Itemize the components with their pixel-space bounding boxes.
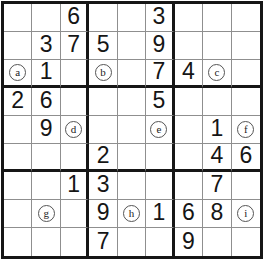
cell-r4c5[interactable] xyxy=(118,88,146,116)
cell-r8c9[interactable]: i xyxy=(232,200,260,228)
cell-r9c9[interactable] xyxy=(232,228,260,256)
cell-r1c8[interactable] xyxy=(203,4,231,32)
cell-r8c6[interactable]: 1 xyxy=(146,200,174,228)
given-digit: 9 xyxy=(153,33,166,56)
cell-r3c3[interactable] xyxy=(61,60,89,88)
given-digit: 6 xyxy=(67,5,80,28)
given-digit: 7 xyxy=(97,230,110,253)
cell-r9c4[interactable]: 7 xyxy=(89,228,117,256)
cell-r7c6[interactable] xyxy=(146,172,174,200)
cell-r1c4[interactable] xyxy=(89,4,117,32)
given-digit: 1 xyxy=(153,201,166,224)
cell-r9c3[interactable] xyxy=(61,228,89,256)
cell-r3c6[interactable]: 7 xyxy=(146,60,174,88)
cell-r2c6[interactable]: 9 xyxy=(146,32,174,60)
circled-letter-g: g xyxy=(38,205,55,222)
given-digit: 7 xyxy=(153,60,166,83)
cell-r4c3[interactable] xyxy=(61,88,89,116)
cell-r4c4[interactable] xyxy=(89,88,117,116)
cell-r6c4[interactable]: 2 xyxy=(89,144,117,172)
cell-r2c5[interactable] xyxy=(118,32,146,60)
cell-r9c6[interactable] xyxy=(146,228,174,256)
cell-r5c8[interactable]: 1 xyxy=(203,116,231,144)
cell-r7c2[interactable] xyxy=(32,172,60,200)
cell-r1c7[interactable] xyxy=(175,4,203,32)
cell-r3c4[interactable]: b xyxy=(89,60,117,88)
given-digit: 2 xyxy=(97,144,110,167)
given-digit: 3 xyxy=(153,5,166,28)
cell-r2c2[interactable]: 3 xyxy=(32,32,60,60)
cell-r6c3[interactable] xyxy=(61,144,89,172)
cell-r5c2[interactable]: 9 xyxy=(32,116,60,144)
cell-r5c1[interactable] xyxy=(4,116,32,144)
cell-r8c3[interactable] xyxy=(61,200,89,228)
cell-r6c9[interactable]: 6 xyxy=(232,144,260,172)
given-digit: 6 xyxy=(40,89,53,112)
cell-r3c5[interactable] xyxy=(118,60,146,88)
cell-r3c8[interactable]: c xyxy=(203,60,231,88)
cell-r9c8[interactable] xyxy=(203,228,231,256)
given-digit: 9 xyxy=(182,230,195,253)
cell-r3c2[interactable]: 1 xyxy=(32,60,60,88)
cell-r3c1[interactable]: a xyxy=(4,60,32,88)
cell-r3c9[interactable] xyxy=(232,60,260,88)
given-digit: 5 xyxy=(97,33,110,56)
cell-r9c5[interactable] xyxy=(118,228,146,256)
given-digit: 6 xyxy=(239,144,252,167)
sudoku-board: 633759a1b74c2659de1f246137g9h168i79 xyxy=(1,1,263,259)
cell-r4c9[interactable] xyxy=(232,88,260,116)
cell-r5c3[interactable]: d xyxy=(61,116,89,144)
cell-r6c5[interactable] xyxy=(118,144,146,172)
cell-r2c1[interactable] xyxy=(4,32,32,60)
cell-r8c8[interactable]: 8 xyxy=(203,200,231,228)
cell-r5c6[interactable]: e xyxy=(146,116,174,144)
cell-r8c1[interactable] xyxy=(4,200,32,228)
cell-r1c1[interactable] xyxy=(4,4,32,32)
circled-letter-e: e xyxy=(150,121,167,138)
cell-r5c4[interactable] xyxy=(89,116,117,144)
given-digit: 2 xyxy=(11,89,24,112)
given-digit: 3 xyxy=(97,173,110,196)
cell-r6c2[interactable] xyxy=(32,144,60,172)
given-digit: 7 xyxy=(210,173,223,196)
cell-r6c1[interactable] xyxy=(4,144,32,172)
cell-r8c4[interactable]: 9 xyxy=(89,200,117,228)
circled-letter-i: i xyxy=(237,205,254,222)
cell-r7c5[interactable] xyxy=(118,172,146,200)
given-digit: 4 xyxy=(182,60,195,83)
given-digit: 9 xyxy=(40,117,53,140)
given-digit: 8 xyxy=(210,201,223,224)
given-digit: 9 xyxy=(97,201,110,224)
cell-r7c8[interactable]: 7 xyxy=(203,172,231,200)
sudoku-page: 633759a1b74c2659de1f246137g9h168i79 xyxy=(0,0,266,267)
cell-r3c7[interactable]: 4 xyxy=(175,60,203,88)
cell-r7c9[interactable] xyxy=(232,172,260,200)
cell-r1c6[interactable]: 3 xyxy=(146,4,174,32)
cell-r8c5[interactable]: h xyxy=(118,200,146,228)
circled-letter-a: a xyxy=(9,64,26,81)
cell-r6c6[interactable] xyxy=(146,144,174,172)
cell-r2c9[interactable] xyxy=(232,32,260,60)
cell-r1c5[interactable] xyxy=(118,4,146,32)
cell-r1c3[interactable]: 6 xyxy=(61,4,89,32)
given-digit: 1 xyxy=(210,117,223,140)
cell-r4c6[interactable]: 5 xyxy=(146,88,174,116)
cell-r8c7[interactable]: 6 xyxy=(175,200,203,228)
cell-r9c2[interactable] xyxy=(32,228,60,256)
circled-letter-f: f xyxy=(237,121,254,138)
given-digit: 3 xyxy=(40,33,53,56)
given-digit: 6 xyxy=(182,201,195,224)
cell-r5c7[interactable] xyxy=(175,116,203,144)
cell-r7c4[interactable]: 3 xyxy=(89,172,117,200)
given-digit: 4 xyxy=(210,144,223,167)
circled-letter-d: d xyxy=(65,121,82,138)
given-digit: 7 xyxy=(67,33,80,56)
circled-letter-b: b xyxy=(95,64,112,81)
cell-r6c8[interactable]: 4 xyxy=(203,144,231,172)
given-digit: 1 xyxy=(40,60,53,83)
circled-letter-c: c xyxy=(208,64,225,81)
cell-r2c7[interactable] xyxy=(175,32,203,60)
cell-r9c1[interactable] xyxy=(4,228,32,256)
given-digit: 5 xyxy=(153,89,166,112)
cell-r9c7[interactable]: 9 xyxy=(175,228,203,256)
cell-r2c3[interactable]: 7 xyxy=(61,32,89,60)
given-digit: 1 xyxy=(67,173,80,196)
circled-letter-h: h xyxy=(123,205,140,222)
cell-r7c1[interactable] xyxy=(4,172,32,200)
cell-r8c2[interactable]: g xyxy=(32,200,60,228)
cell-r2c8[interactable] xyxy=(203,32,231,60)
cell-r4c2[interactable]: 6 xyxy=(32,88,60,116)
cell-r5c9[interactable]: f xyxy=(232,116,260,144)
cell-r4c1[interactable]: 2 xyxy=(4,88,32,116)
cell-r4c7[interactable] xyxy=(175,88,203,116)
cell-r5c5[interactable] xyxy=(118,116,146,144)
cell-r7c7[interactable] xyxy=(175,172,203,200)
cell-r1c2[interactable] xyxy=(32,4,60,32)
cell-r4c8[interactable] xyxy=(203,88,231,116)
cell-r6c7[interactable] xyxy=(175,144,203,172)
cell-r1c9[interactable] xyxy=(232,4,260,32)
cell-r2c4[interactable]: 5 xyxy=(89,32,117,60)
cell-r7c3[interactable]: 1 xyxy=(61,172,89,200)
